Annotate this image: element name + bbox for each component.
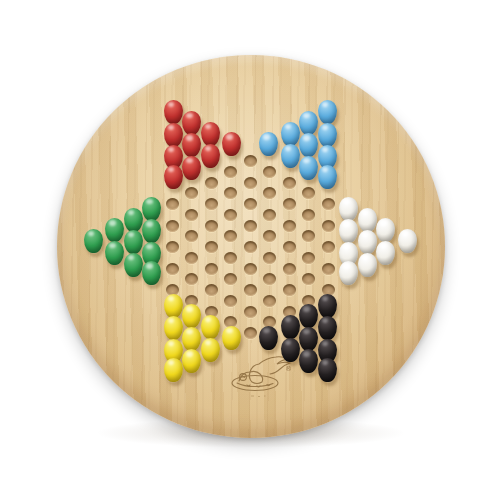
peg-white[interactable]	[358, 253, 377, 277]
peg-highlight	[263, 328, 269, 333]
peg-black[interactable]	[318, 358, 337, 382]
peg-highlight	[168, 318, 174, 323]
peg-highlight	[186, 306, 192, 311]
peg-yellow[interactable]	[182, 327, 201, 351]
peg-black[interactable]	[299, 327, 318, 351]
hole[interactable]	[263, 166, 276, 178]
peg-yellow[interactable]	[222, 326, 241, 350]
peg-black[interactable]	[318, 316, 337, 340]
peg-highlight	[205, 340, 211, 345]
peg-red[interactable]	[164, 100, 183, 124]
peg-highlight	[186, 135, 192, 140]
hole[interactable]	[244, 220, 257, 232]
hole[interactable]	[322, 198, 335, 210]
hole[interactable]	[185, 209, 198, 221]
hole[interactable]	[166, 220, 179, 232]
peg-highlight	[285, 340, 291, 345]
peg-white[interactable]	[358, 230, 377, 254]
hole[interactable]	[224, 295, 237, 307]
peg-highlight	[146, 244, 152, 249]
peg-yellow[interactable]	[201, 315, 220, 339]
peg-highlight	[380, 243, 386, 248]
peg-highlight	[186, 329, 192, 334]
chinese-checkers-board: ®	[57, 55, 445, 438]
peg-highlight	[362, 210, 368, 215]
peg-highlight	[186, 158, 192, 163]
hole[interactable]	[283, 241, 296, 253]
peg-highlight	[343, 221, 349, 226]
peg-highlight	[109, 220, 115, 225]
hole[interactable]	[244, 155, 257, 167]
peg-red[interactable]	[201, 144, 220, 168]
hole[interactable]	[224, 209, 237, 221]
peg-highlight	[303, 351, 309, 356]
peg-blue[interactable]	[299, 156, 318, 180]
peg-highlight	[186, 351, 192, 356]
hole[interactable]	[283, 220, 296, 232]
hole[interactable]	[244, 198, 257, 210]
peg-white[interactable]	[358, 208, 377, 232]
peg-highlight	[146, 221, 152, 226]
peg-black[interactable]	[259, 326, 278, 350]
peg-highlight	[168, 125, 174, 130]
peg-blue[interactable]	[318, 100, 337, 124]
peg-highlight	[362, 255, 368, 260]
peg-highlight	[285, 146, 291, 151]
peg-highlight	[303, 135, 309, 140]
peg-blue[interactable]	[281, 144, 300, 168]
peg-red[interactable]	[164, 123, 183, 147]
peg-green[interactable]	[124, 253, 143, 277]
peg-yellow[interactable]	[164, 358, 183, 382]
hole[interactable]	[224, 166, 237, 178]
peg-highlight	[168, 341, 174, 346]
peg-highlight	[168, 360, 174, 365]
peg-highlight	[303, 306, 309, 311]
hole[interactable]	[283, 198, 296, 210]
hole[interactable]	[322, 263, 335, 275]
hole[interactable]	[263, 209, 276, 221]
peg-highlight	[128, 255, 134, 260]
peg-highlight	[168, 147, 174, 152]
peg-white[interactable]	[376, 241, 395, 265]
peg-highlight	[186, 113, 192, 118]
peg-highlight	[303, 113, 309, 118]
registered-mark: ®	[285, 365, 292, 373]
hole[interactable]	[302, 252, 315, 264]
peg-highlight	[322, 147, 328, 152]
peg-highlight	[380, 220, 386, 225]
peg-green[interactable]	[105, 241, 124, 265]
peg-highlight	[322, 296, 328, 301]
hole[interactable]	[283, 284, 296, 296]
hole[interactable]	[322, 220, 335, 232]
peg-highlight	[226, 328, 232, 333]
hole[interactable]	[322, 241, 335, 253]
hole[interactable]	[244, 241, 257, 253]
peg-red[interactable]	[182, 156, 201, 180]
peg-highlight	[168, 296, 174, 301]
peg-white[interactable]	[339, 197, 358, 221]
peg-highlight	[109, 243, 115, 248]
peg-blue[interactable]	[281, 122, 300, 146]
peg-highlight	[168, 167, 174, 172]
peg-yellow[interactable]	[201, 338, 220, 362]
peg-highlight	[263, 134, 269, 139]
peg-highlight	[205, 146, 211, 151]
peg-highlight	[168, 102, 174, 107]
peg-green[interactable]	[84, 229, 103, 253]
peg-green[interactable]	[124, 230, 143, 254]
hole[interactable]	[263, 252, 276, 264]
peg-highlight	[322, 102, 328, 107]
peg-red[interactable]	[201, 122, 220, 146]
peg-highlight	[343, 199, 349, 204]
peg-highlight	[205, 317, 211, 322]
peg-black[interactable]	[281, 315, 300, 339]
peg-highlight	[128, 210, 134, 215]
peg-green[interactable]	[124, 208, 143, 232]
hole[interactable]	[263, 295, 276, 307]
peg-highlight	[303, 158, 309, 163]
photo-background: ®	[0, 0, 500, 500]
hole[interactable]	[244, 263, 257, 275]
peg-white[interactable]	[398, 229, 417, 253]
hole[interactable]	[205, 241, 218, 253]
peg-highlight	[303, 329, 309, 334]
hole[interactable]	[205, 263, 218, 275]
peg-highlight	[322, 167, 328, 172]
hole[interactable]	[205, 220, 218, 232]
peg-highlight	[343, 244, 349, 249]
peg-blue[interactable]	[299, 111, 318, 135]
peg-highlight	[128, 232, 134, 237]
hole[interactable]	[185, 252, 198, 264]
peg-highlight	[205, 124, 211, 129]
peg-highlight	[362, 232, 368, 237]
hole[interactable]	[244, 327, 257, 339]
peg-highlight	[402, 231, 408, 236]
peg-blue[interactable]	[318, 165, 337, 189]
peg-highlight	[322, 125, 328, 130]
peg-red[interactable]	[164, 165, 183, 189]
hole[interactable]	[244, 284, 257, 296]
hole[interactable]	[166, 263, 179, 275]
peg-red[interactable]	[182, 111, 201, 135]
hole[interactable]	[244, 306, 257, 318]
peg-green[interactable]	[142, 197, 161, 221]
peg-yellow[interactable]	[164, 294, 183, 318]
peg-highlight	[322, 318, 328, 323]
peg-highlight	[322, 341, 328, 346]
hole[interactable]	[244, 177, 257, 189]
peg-blue[interactable]	[318, 123, 337, 147]
peg-yellow[interactable]	[164, 316, 183, 340]
peg-highlight	[343, 263, 349, 268]
peg-highlight	[88, 231, 94, 236]
hole[interactable]	[205, 198, 218, 210]
peg-highlight	[285, 317, 291, 322]
hole[interactable]	[283, 177, 296, 189]
peg-black[interactable]	[281, 338, 300, 362]
peg-highlight	[146, 199, 152, 204]
peg-highlight	[322, 360, 328, 365]
peg-highlight	[285, 124, 291, 129]
hole[interactable]	[302, 209, 315, 221]
peg-highlight	[226, 134, 232, 139]
hole[interactable]	[166, 198, 179, 210]
peg-black[interactable]	[318, 294, 337, 318]
hole[interactable]	[166, 241, 179, 253]
peg-highlight	[146, 263, 152, 268]
hole[interactable]	[205, 284, 218, 296]
hole[interactable]	[224, 252, 237, 264]
hole[interactable]	[205, 177, 218, 189]
hole[interactable]	[283, 263, 296, 275]
